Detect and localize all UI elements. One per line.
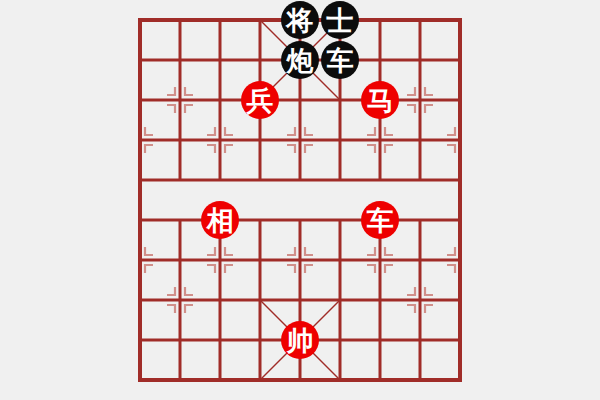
point-5-5[interactable] — [320, 200, 360, 240]
black-advisor[interactable]: 士 — [321, 1, 359, 39]
point-2-9[interactable] — [200, 360, 240, 400]
point-2-0[interactable] — [200, 0, 240, 40]
point-2-3[interactable] — [200, 120, 240, 160]
point-7-8[interactable] — [400, 320, 440, 360]
point-3-7[interactable] — [240, 280, 280, 320]
point-1-5[interactable] — [160, 200, 200, 240]
point-8-0[interactable] — [440, 0, 480, 40]
point-3-2[interactable]: 兵 — [240, 80, 280, 120]
point-5-6[interactable] — [320, 240, 360, 280]
point-4-8[interactable]: 帅 — [280, 320, 320, 360]
point-7-5[interactable] — [400, 200, 440, 240]
red-elephant[interactable]: 相 — [201, 201, 239, 239]
point-6-5[interactable]: 车 — [360, 200, 400, 240]
point-8-3[interactable] — [440, 120, 480, 160]
point-8-5[interactable] — [440, 200, 480, 240]
point-7-1[interactable] — [400, 40, 440, 80]
point-5-9[interactable] — [320, 360, 360, 400]
point-0-1[interactable] — [120, 40, 160, 80]
point-1-4[interactable] — [160, 160, 200, 200]
black-cannon[interactable]: 炮 — [281, 41, 319, 79]
point-1-8[interactable] — [160, 320, 200, 360]
point-5-1[interactable]: 车 — [320, 40, 360, 80]
point-6-0[interactable] — [360, 0, 400, 40]
point-8-9[interactable] — [440, 360, 480, 400]
point-6-1[interactable] — [360, 40, 400, 80]
point-6-6[interactable] — [360, 240, 400, 280]
point-3-1[interactable] — [240, 40, 280, 80]
point-8-1[interactable] — [440, 40, 480, 80]
point-4-3[interactable] — [280, 120, 320, 160]
point-0-6[interactable] — [120, 240, 160, 280]
point-6-9[interactable] — [360, 360, 400, 400]
point-2-4[interactable] — [200, 160, 240, 200]
red-soldier[interactable]: 兵 — [241, 81, 279, 119]
point-3-6[interactable] — [240, 240, 280, 280]
point-4-7[interactable] — [280, 280, 320, 320]
point-5-8[interactable] — [320, 320, 360, 360]
point-6-4[interactable] — [360, 160, 400, 200]
point-7-6[interactable] — [400, 240, 440, 280]
point-7-7[interactable] — [400, 280, 440, 320]
point-7-3[interactable] — [400, 120, 440, 160]
point-1-6[interactable] — [160, 240, 200, 280]
point-7-0[interactable] — [400, 0, 440, 40]
point-4-5[interactable] — [280, 200, 320, 240]
point-3-3[interactable] — [240, 120, 280, 160]
point-7-9[interactable] — [400, 360, 440, 400]
point-1-1[interactable] — [160, 40, 200, 80]
black-chariot[interactable]: 车 — [321, 41, 359, 79]
point-0-7[interactable] — [120, 280, 160, 320]
point-8-7[interactable] — [440, 280, 480, 320]
point-1-3[interactable] — [160, 120, 200, 160]
point-3-8[interactable] — [240, 320, 280, 360]
point-2-5[interactable]: 相 — [200, 200, 240, 240]
point-8-8[interactable] — [440, 320, 480, 360]
red-horse[interactable]: 马 — [361, 81, 399, 119]
black-general[interactable]: 将 — [281, 1, 319, 39]
point-7-4[interactable] — [400, 160, 440, 200]
board-points-grid: 将士炮车兵马相车帅 — [120, 0, 480, 400]
point-1-2[interactable] — [160, 80, 200, 120]
red-general[interactable]: 帅 — [281, 321, 319, 359]
point-8-4[interactable] — [440, 160, 480, 200]
point-4-0[interactable]: 将 — [280, 0, 320, 40]
point-3-5[interactable] — [240, 200, 280, 240]
point-1-7[interactable] — [160, 280, 200, 320]
point-0-3[interactable] — [120, 120, 160, 160]
point-8-6[interactable] — [440, 240, 480, 280]
point-3-4[interactable] — [240, 160, 280, 200]
point-3-0[interactable] — [240, 0, 280, 40]
point-6-8[interactable] — [360, 320, 400, 360]
point-4-9[interactable] — [280, 360, 320, 400]
point-2-8[interactable] — [200, 320, 240, 360]
point-0-5[interactable] — [120, 200, 160, 240]
point-3-9[interactable] — [240, 360, 280, 400]
point-0-9[interactable] — [120, 360, 160, 400]
point-6-2[interactable]: 马 — [360, 80, 400, 120]
point-4-2[interactable] — [280, 80, 320, 120]
point-8-2[interactable] — [440, 80, 480, 120]
point-0-8[interactable] — [120, 320, 160, 360]
point-2-6[interactable] — [200, 240, 240, 280]
point-5-7[interactable] — [320, 280, 360, 320]
xiangqi-board: 将士炮车兵马相车帅 — [0, 0, 600, 400]
red-chariot[interactable]: 车 — [361, 201, 399, 239]
point-6-7[interactable] — [360, 280, 400, 320]
point-0-0[interactable] — [120, 0, 160, 40]
point-2-2[interactable] — [200, 80, 240, 120]
point-5-0[interactable]: 士 — [320, 0, 360, 40]
point-0-4[interactable] — [120, 160, 160, 200]
point-1-0[interactable] — [160, 0, 200, 40]
point-0-2[interactable] — [120, 80, 160, 120]
point-5-3[interactable] — [320, 120, 360, 160]
point-5-4[interactable] — [320, 160, 360, 200]
point-6-3[interactable] — [360, 120, 400, 160]
point-2-7[interactable] — [200, 280, 240, 320]
point-4-6[interactable] — [280, 240, 320, 280]
point-5-2[interactable] — [320, 80, 360, 120]
point-4-4[interactable] — [280, 160, 320, 200]
point-4-1[interactable]: 炮 — [280, 40, 320, 80]
point-7-2[interactable] — [400, 80, 440, 120]
point-1-9[interactable] — [160, 360, 200, 400]
point-2-1[interactable] — [200, 40, 240, 80]
